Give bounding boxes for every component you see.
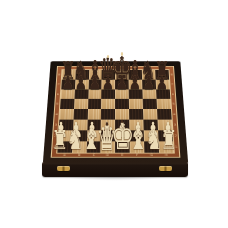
coord-label: E [117,67,126,70]
coord-label: A [59,153,69,156]
coord-label: 8 [169,71,173,78]
coord-label: H [161,153,171,156]
square-g4 [143,109,157,119]
coord-label: 1 [52,143,57,151]
square-h3 [157,120,172,131]
chess-board: ABCDEFGH ABCDEFGH 87654321 87654321 [43,61,188,163]
coord-label: 1 [174,143,179,151]
square-b8 [75,70,89,79]
square-f7 [128,79,142,89]
square-c6 [88,89,102,99]
coord-label: 4 [54,111,58,118]
square-b4 [73,109,87,119]
coord-label: 4 [171,111,175,118]
coord-label: 6 [56,91,60,98]
square-c8 [88,70,101,79]
square-h6 [156,89,170,99]
coord-label: G [146,153,156,156]
square-a4 [59,109,73,119]
square-h8 [155,70,169,79]
square-f6 [129,89,143,99]
square-a7 [61,79,75,89]
square-g6 [142,89,156,99]
file-labels-bottom: ABCDEFGH [57,153,173,158]
board-scene: ABCDEFGH ABCDEFGH 87654321 87654321 [47,41,184,178]
square-a2 [58,130,73,141]
square-c5 [87,99,101,109]
square-a6 [60,89,74,99]
square-b3 [73,120,87,131]
square-b2 [72,130,87,141]
coord-label: F [132,153,142,156]
coord-label: 2 [53,132,57,140]
square-d3 [101,120,115,131]
square-e8 [115,70,128,79]
board-squares [57,70,173,152]
square-b5 [74,99,88,109]
square-f1 [129,141,144,152]
square-a3 [58,120,73,131]
coord-label: B [74,153,84,156]
square-d8 [102,70,115,79]
square-b6 [74,89,88,99]
coord-label: D [103,153,113,156]
square-a1 [57,141,72,152]
square-d6 [101,89,115,99]
coord-label: F [130,67,139,70]
square-h7 [155,79,169,89]
square-h2 [157,130,172,141]
square-e5 [115,99,129,109]
square-f5 [129,99,143,109]
square-g8 [141,70,155,79]
square-f3 [129,120,143,131]
square-d2 [101,130,115,141]
square-c7 [88,79,102,89]
square-c1 [86,141,101,152]
square-f4 [129,109,143,119]
coord-label: G [143,67,152,70]
coord-label: C [88,153,98,156]
square-d4 [101,109,115,119]
coord-label: 6 [170,91,174,98]
square-f2 [129,130,143,141]
coord-label: 8 [57,71,61,78]
square-d5 [101,99,115,109]
square-d1 [101,141,115,152]
coord-label: 7 [56,81,60,88]
square-c4 [87,109,101,119]
square-e4 [115,109,129,119]
square-b1 [72,141,87,152]
square-d7 [101,79,115,89]
square-e3 [115,120,129,131]
square-e6 [115,89,129,99]
square-c3 [87,120,101,131]
square-g2 [143,130,158,141]
square-g3 [143,120,157,131]
square-a5 [60,99,74,109]
square-b7 [74,79,88,89]
square-h1 [158,141,173,152]
square-h4 [156,109,170,119]
square-a8 [62,70,76,79]
coord-label: B [77,67,86,70]
file-labels-top: ABCDEFGH [62,66,168,70]
coord-label: A [64,67,73,70]
square-e1 [115,141,129,152]
coord-label: 7 [170,81,174,88]
chess-set-product-photo[interactable]: ABCDEFGH ABCDEFGH 87654321 87654321 ♜♞♝♛… [0,0,228,228]
coord-label: E [117,153,127,156]
square-h5 [156,99,170,109]
coord-label: 2 [173,132,177,140]
square-g1 [144,141,159,152]
coord-label: 3 [172,121,176,128]
coord-label: D [104,67,113,70]
coord-label: C [91,67,100,70]
square-c2 [86,130,100,141]
square-g5 [142,99,156,109]
square-g7 [142,79,156,89]
coord-label: 5 [171,101,175,108]
coord-label: H [156,67,165,70]
square-f8 [128,70,141,79]
square-e2 [115,130,129,141]
coord-label: 5 [55,101,59,108]
square-e7 [115,79,129,89]
coord-label: 3 [53,121,57,128]
